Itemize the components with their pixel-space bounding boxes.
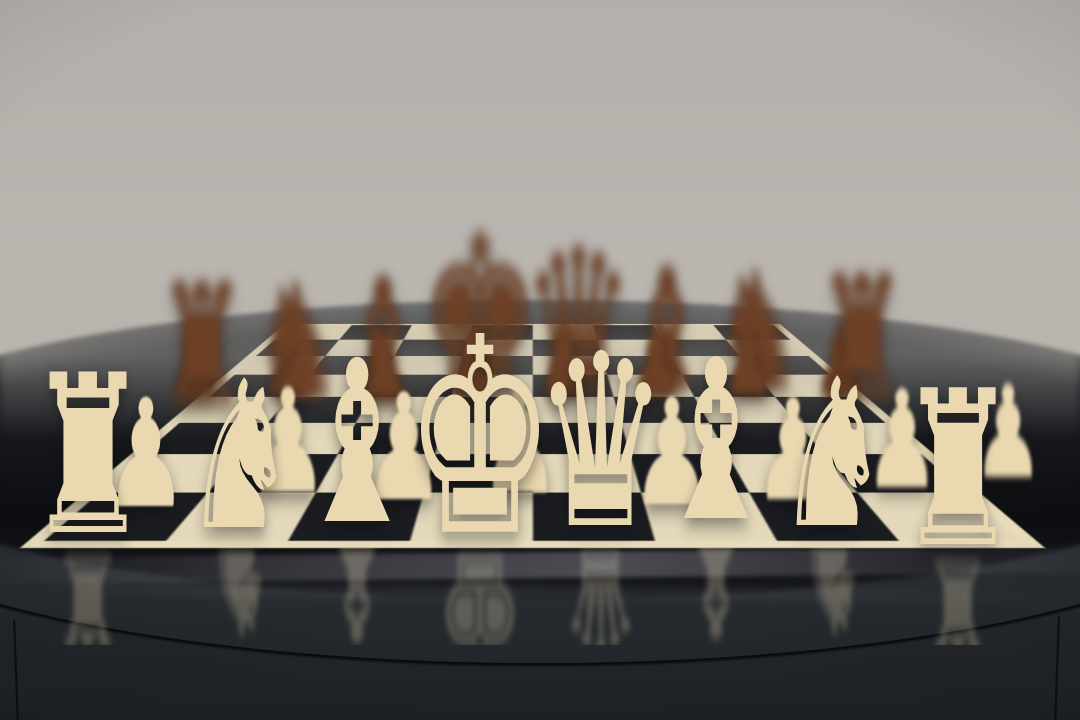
piece-white-rook: ♜ (27, 346, 149, 566)
piece-white-bishop: ♝ (654, 330, 777, 552)
piece-white-bishop: ♝ (294, 331, 419, 556)
piece-white-king: ♚ (404, 302, 555, 574)
piece-white-rook: ♜ (898, 362, 1018, 577)
pieces-layer: ♜♞♝♚♛♝♞♜♟♟♟♟♟♟♟♟♟♟♟♟♟♟♟♟♜♞♝♚♛♝♞♜ (0, 0, 1080, 720)
chess-photo-scene: ♜♞♝♚♛♝♞♜ ♜♞♝♚♛♝♞♜♟♟♟♟♟♟♟♟♟♟♟♟♟♟♟♟♜♞♝♚♛♝♞… (0, 0, 1080, 720)
piece-white-knight: ♞ (776, 352, 890, 557)
piece-white-knight: ♞ (183, 354, 297, 559)
